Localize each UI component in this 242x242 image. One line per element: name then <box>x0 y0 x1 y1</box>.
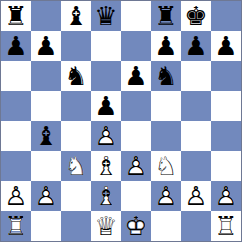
square-g3[interactable] <box>181 151 211 181</box>
square-a4[interactable] <box>1 121 31 151</box>
square-g1[interactable] <box>181 211 211 241</box>
square-h1[interactable]: ♜♖ <box>211 211 241 241</box>
square-g6[interactable] <box>181 61 211 91</box>
piece-black-knight[interactable]: ♞ <box>151 61 181 91</box>
piece-black-rook[interactable]: ♜ <box>151 1 181 31</box>
square-b7[interactable]: ♟ <box>31 31 61 61</box>
piece-black-pawn[interactable]: ♟ <box>91 91 121 121</box>
square-e6[interactable]: ♟ <box>121 61 151 91</box>
piece-black-pawn[interactable]: ♟ <box>1 31 31 61</box>
piece-black-bishop[interactable]: ♝ <box>31 121 61 151</box>
square-e7[interactable] <box>121 31 151 61</box>
square-c2[interactable] <box>61 181 91 211</box>
piece-white-knight-outline: ♘ <box>151 151 181 181</box>
square-e1[interactable]: ♚♔ <box>121 211 151 241</box>
square-d1[interactable]: ♛♕ <box>91 211 121 241</box>
square-b5[interactable] <box>31 91 61 121</box>
square-h5[interactable] <box>211 91 241 121</box>
square-f4[interactable] <box>151 121 181 151</box>
square-f7[interactable]: ♟ <box>151 31 181 61</box>
square-c7[interactable] <box>61 31 91 61</box>
piece-white-rook-outline: ♖ <box>211 211 241 241</box>
piece-black-king[interactable]: ♚ <box>181 1 211 31</box>
square-b8[interactable] <box>31 1 61 31</box>
piece-white-pawn-outline: ♙ <box>31 181 61 211</box>
square-b3[interactable] <box>31 151 61 181</box>
piece-black-pawn[interactable]: ♟ <box>211 31 241 61</box>
square-c4[interactable] <box>61 121 91 151</box>
square-d5[interactable]: ♟ <box>91 91 121 121</box>
piece-black-knight[interactable]: ♞ <box>61 61 91 91</box>
square-c1[interactable] <box>61 211 91 241</box>
square-c6[interactable]: ♞ <box>61 61 91 91</box>
square-d3[interactable]: ♝♗ <box>91 151 121 181</box>
square-a8[interactable]: ♜ <box>1 1 31 31</box>
piece-black-pawn[interactable]: ♟ <box>151 31 181 61</box>
square-c3[interactable]: ♞♘ <box>61 151 91 181</box>
square-g5[interactable] <box>181 91 211 121</box>
square-e5[interactable] <box>121 91 151 121</box>
piece-white-pawn-outline: ♙ <box>91 121 121 151</box>
piece-white-pawn-outline: ♙ <box>151 181 181 211</box>
square-b6[interactable] <box>31 61 61 91</box>
square-a2[interactable]: ♟♙ <box>1 181 31 211</box>
square-e2[interactable] <box>121 181 151 211</box>
square-e3[interactable]: ♟♙ <box>121 151 151 181</box>
square-g7[interactable]: ♟ <box>181 31 211 61</box>
square-a1[interactable]: ♜♖ <box>1 211 31 241</box>
square-e4[interactable] <box>121 121 151 151</box>
square-d6[interactable] <box>91 61 121 91</box>
piece-white-pawn-outline: ♙ <box>211 181 241 211</box>
square-b2[interactable]: ♟♙ <box>31 181 61 211</box>
square-a3[interactable] <box>1 151 31 181</box>
square-f2[interactable]: ♟♙ <box>151 181 181 211</box>
piece-white-knight-outline: ♘ <box>61 151 91 181</box>
square-f1[interactable] <box>151 211 181 241</box>
square-c5[interactable] <box>61 91 91 121</box>
piece-white-bishop-outline: ♗ <box>91 151 121 181</box>
square-f3[interactable]: ♞♘ <box>151 151 181 181</box>
square-g2[interactable]: ♟♙ <box>181 181 211 211</box>
square-a7[interactable]: ♟ <box>1 31 31 61</box>
piece-white-bishop-outline: ♗ <box>91 181 121 211</box>
piece-black-pawn[interactable]: ♟ <box>121 61 151 91</box>
square-d7[interactable] <box>91 31 121 61</box>
square-e8[interactable] <box>121 1 151 31</box>
square-g4[interactable] <box>181 121 211 151</box>
piece-white-rook-outline: ♖ <box>1 211 31 241</box>
square-f6[interactable]: ♞ <box>151 61 181 91</box>
piece-white-pawn-outline: ♙ <box>1 181 31 211</box>
square-b4[interactable]: ♝ <box>31 121 61 151</box>
square-g8[interactable]: ♚ <box>181 1 211 31</box>
square-b1[interactable] <box>31 211 61 241</box>
square-h2[interactable]: ♟♙ <box>211 181 241 211</box>
square-f8[interactable]: ♜ <box>151 1 181 31</box>
square-h6[interactable] <box>211 61 241 91</box>
square-d4[interactable]: ♟♙ <box>91 121 121 151</box>
square-d2[interactable]: ♝♗ <box>91 181 121 211</box>
piece-black-rook[interactable]: ♜ <box>1 1 31 31</box>
square-d8[interactable]: ♛ <box>91 1 121 31</box>
square-h3[interactable] <box>211 151 241 181</box>
square-f5[interactable] <box>151 91 181 121</box>
piece-white-pawn-outline: ♙ <box>181 181 211 211</box>
piece-black-pawn[interactable]: ♟ <box>31 31 61 61</box>
piece-white-king-outline: ♔ <box>121 211 151 241</box>
square-c8[interactable]: ♝ <box>61 1 91 31</box>
square-a5[interactable] <box>1 91 31 121</box>
square-h8[interactable] <box>211 1 241 31</box>
square-a6[interactable] <box>1 61 31 91</box>
chessboard: ♜♝♛♜♚♟♟♟♟♟♞♟♞♟♝♟♙♞♘♝♗♟♙♞♘♟♙♟♙♝♗♟♙♟♙♟♙♜♖♛… <box>0 0 242 242</box>
piece-black-bishop[interactable]: ♝ <box>61 1 91 31</box>
piece-black-pawn[interactable]: ♟ <box>181 31 211 61</box>
piece-white-pawn-outline: ♙ <box>121 151 151 181</box>
square-h7[interactable]: ♟ <box>211 31 241 61</box>
piece-white-queen-outline: ♕ <box>91 211 121 241</box>
square-h4[interactable] <box>211 121 241 151</box>
piece-black-queen[interactable]: ♛ <box>91 1 121 31</box>
